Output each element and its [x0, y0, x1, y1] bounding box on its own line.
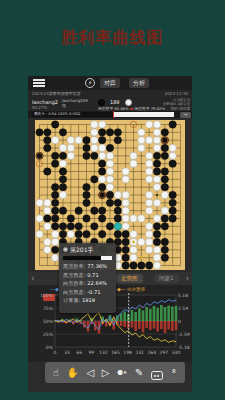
white-stone [169, 144, 176, 151]
white-stone [67, 152, 74, 159]
white-stone [122, 215, 129, 222]
white-stone [44, 207, 51, 214]
black-stone [161, 254, 168, 261]
marker-dot-icon [132, 241, 135, 244]
black-stone [161, 223, 168, 230]
winrate-bar-white [114, 112, 174, 117]
black-stone [75, 207, 82, 214]
tab-problem[interactable]: 问题1 [154, 274, 179, 283]
stone-icon [63, 247, 68, 252]
black-stone [51, 121, 58, 128]
winrate-bar: 黑胜率: -0.94 100% 0.00目 ↪ [28, 111, 192, 118]
white-stone [106, 152, 113, 159]
black-stone [153, 160, 160, 167]
black-stone [59, 183, 66, 190]
black-stone [44, 144, 51, 151]
black-stone [138, 262, 145, 269]
white-stone [59, 191, 66, 198]
white-stone [153, 121, 160, 128]
black-stone [59, 230, 66, 237]
white-stone [67, 230, 74, 237]
black-stone [98, 207, 105, 214]
white-stone [114, 191, 121, 198]
prev-move-icon[interactable]: ◁ [86, 362, 94, 383]
black-stone [153, 152, 160, 159]
winrate-bar-black: 黑胜率: -0.94 100% 0.00目 [32, 112, 113, 117]
popup-move-label: 第201手 [63, 246, 112, 255]
black-stone [91, 152, 98, 159]
black-stone [169, 207, 176, 214]
menu-icon[interactable] [33, 79, 45, 87]
tab-play[interactable]: 对弈 [100, 78, 120, 88]
black-stone [122, 238, 129, 245]
white-stone [138, 144, 145, 151]
black-stone [114, 230, 121, 237]
black-stone [106, 191, 113, 198]
white-stone-icon [125, 99, 132, 106]
black-stone [161, 144, 168, 151]
black-stone [83, 136, 90, 143]
black-stone [91, 176, 98, 183]
black-stone [169, 121, 176, 128]
white-stone [138, 136, 145, 143]
white-stone [153, 246, 160, 253]
black-stone [75, 223, 82, 230]
white-stone [145, 121, 152, 128]
black-stone [83, 199, 90, 206]
white-stone [122, 199, 129, 206]
black-stone [98, 129, 105, 136]
white-stone [130, 160, 137, 167]
white-stone [36, 230, 43, 237]
black-stone [59, 168, 66, 175]
white-stone [153, 176, 160, 183]
white-stone [153, 144, 160, 151]
black-stone [153, 223, 160, 230]
black-stone [44, 168, 51, 175]
white-stone [44, 246, 51, 253]
next-move-icon[interactable]: ▷ [102, 362, 110, 383]
black-stone [83, 191, 90, 198]
time-rule-info: 0.1级专业全新级0.1级专业限时:测试赛 [154, 98, 190, 111]
quick-action-icon[interactable]: ⚡ [85, 78, 95, 88]
white-stone [44, 238, 51, 245]
white-stone [106, 168, 113, 175]
black-stone [91, 223, 98, 230]
popup-stat-row: 黑方目差: 0.71 [63, 271, 112, 280]
white-stone [138, 129, 145, 136]
svg-text:297: 297 [160, 350, 169, 355]
white-stone [91, 121, 98, 128]
white-stone [145, 136, 152, 143]
black-stone-icon [98, 99, 105, 106]
svg-text:231: 231 [135, 350, 144, 355]
svg-text:198: 198 [123, 350, 132, 355]
svg-text:0%: 0% [46, 345, 54, 350]
black-stone [44, 129, 51, 136]
black-stone [98, 191, 105, 198]
svg-text:264: 264 [148, 350, 157, 355]
popup-winrate-bar [63, 256, 112, 260]
svg-text:0: 0 [54, 350, 57, 355]
expand-button[interactable]: ↪ [180, 112, 191, 118]
black-stone [114, 199, 121, 206]
hand-icon[interactable]: ✋ [66, 362, 78, 383]
black-stone [114, 207, 121, 214]
black-stone [51, 160, 58, 167]
white-stone [122, 168, 129, 175]
popup-stat-row: 白方目差: -0.71 [63, 288, 112, 297]
black-stone [98, 168, 105, 175]
popup-stat-row: 计算量: 1919 [63, 296, 112, 305]
white-stone [153, 215, 160, 222]
tabs-next-icon[interactable]: › [186, 272, 189, 285]
black-stone [59, 176, 66, 183]
white-stone [145, 160, 152, 167]
white-stone [145, 230, 152, 237]
black-stone [106, 223, 113, 230]
svg-text:165: 165 [111, 350, 120, 355]
white-stone [98, 152, 105, 159]
black-stone [161, 238, 168, 245]
black-stone [83, 215, 90, 222]
black-stone [153, 168, 160, 175]
white-stone [106, 183, 113, 190]
black-stone [59, 207, 66, 214]
white-stone [138, 215, 145, 222]
white-stone [36, 199, 43, 206]
black-stone [51, 152, 58, 159]
black-stone [169, 215, 176, 222]
white-stone [51, 238, 58, 245]
black-stone [59, 223, 66, 230]
page: 胜利率曲线图 ⚡ 对弈 分析 2023-24赛季韩国围甲联赛 2023-12-3… [0, 0, 225, 400]
black-stone [67, 215, 74, 222]
white-stone [75, 136, 82, 143]
white-stone [122, 176, 129, 183]
game-info-bar: 2023-24赛季韩国围甲联赛 2023-12-30 [28, 90, 192, 97]
popup-stat-row: 白方胜率: 22.64% [63, 279, 112, 288]
svg-text:-2.59: -2.59 [178, 332, 190, 337]
black-player-name: laochang209段 [62, 98, 90, 108]
account-winrate: 50.27% [32, 105, 47, 110]
tab-trend-chart[interactable]: 走势图 [116, 274, 143, 283]
black-stone [67, 223, 74, 230]
white-stone [59, 144, 66, 151]
black-stone [153, 230, 160, 237]
bottom-toolbar: ☝✋◁▷⚈‣✎⌃⌃ [45, 362, 185, 383]
white-stone [130, 215, 137, 222]
white-stone [98, 144, 105, 151]
white-stone [59, 160, 66, 167]
black-stone [161, 246, 168, 253]
black-stone [161, 176, 168, 183]
white-stone [122, 223, 129, 230]
black-stone [122, 254, 129, 261]
black-stone [98, 136, 105, 143]
white-stone [122, 207, 129, 214]
white-stone [145, 199, 152, 206]
black-stone [169, 191, 176, 198]
black-stone [153, 238, 160, 245]
svg-text:25%: 25% [43, 332, 54, 337]
page-title: 胜利率曲线图 [0, 28, 225, 49]
black-stone [51, 246, 58, 253]
black-stone [36, 152, 43, 159]
white-stone [169, 152, 176, 159]
black-stone [59, 129, 66, 136]
white-stone [153, 136, 160, 143]
black-stone [51, 191, 58, 198]
black-stone [98, 160, 105, 167]
black-stone [83, 144, 90, 151]
svg-text:330: 330 [172, 350, 181, 355]
white-stone [44, 199, 51, 206]
black-stone [36, 129, 43, 136]
white-stone [145, 168, 152, 175]
white-stone [98, 176, 105, 183]
black-stone [59, 152, 66, 159]
white-stone [51, 254, 58, 261]
tab-analyze[interactable]: 分析 [129, 78, 149, 88]
white-stone [91, 129, 98, 136]
black-stone [114, 129, 121, 136]
white-stone [145, 246, 152, 253]
tournament-name: 2023-24赛季韩国围甲联赛 [32, 90, 81, 97]
black-stone [161, 152, 168, 159]
black-stone [114, 223, 121, 230]
black-stone [44, 215, 51, 222]
white-stone [145, 176, 152, 183]
svg-text:50%: 50% [43, 319, 54, 324]
white-stone [98, 121, 105, 128]
black-stone [83, 230, 90, 237]
try-move-icon[interactable]: ⚈‣ [117, 361, 127, 384]
black-stone [161, 136, 168, 143]
black-stone [145, 262, 152, 269]
white-stone [67, 136, 74, 143]
move-count: 189 [110, 99, 120, 105]
black-stone [83, 152, 90, 159]
black-stone [83, 183, 90, 190]
svg-text:5.18: 5.18 [178, 293, 188, 298]
white-stone [130, 152, 137, 159]
black-stone [98, 230, 105, 237]
white-stone [130, 246, 137, 253]
white-stone [122, 191, 129, 198]
black-stone [106, 199, 113, 206]
white-stone [145, 191, 152, 198]
black-stone [122, 246, 129, 253]
game-date: 2023-12-30 [165, 90, 188, 97]
white-stone [145, 207, 152, 214]
white-stone [106, 176, 113, 183]
white-stone [145, 152, 152, 159]
app-screenshot: ⚡ 对弈 分析 2023-24赛季韩国围甲联赛 2023-12-30 laoch… [28, 76, 192, 392]
svg-text:66: 66 [76, 350, 82, 355]
white-stone [91, 136, 98, 143]
white-stone [161, 191, 168, 198]
svg-text:2.59: 2.59 [178, 306, 188, 311]
black-stone [130, 262, 137, 269]
black-stone [161, 215, 168, 222]
popup-stat-row: 黑方胜率: 77.36% [63, 262, 112, 271]
black-stone [122, 230, 129, 237]
black-stone [51, 207, 58, 214]
white-stone [138, 238, 145, 245]
black-stone [169, 199, 176, 206]
white-stone [51, 230, 58, 237]
black-stone [98, 183, 105, 190]
black-stone [161, 183, 168, 190]
svg-text:-5.18: -5.18 [178, 345, 190, 350]
black-stone [44, 136, 51, 143]
white-stone [44, 223, 51, 230]
black-stone [169, 160, 176, 167]
white-stone [153, 262, 160, 269]
black-stone [75, 230, 82, 237]
black-stone [98, 215, 105, 222]
white-stone [130, 254, 137, 261]
white-stone [130, 230, 137, 237]
thumb-up-icon[interactable]: ☝ [53, 362, 59, 383]
white-stone [145, 223, 152, 230]
black-stone [51, 183, 58, 190]
white-stone [153, 254, 160, 261]
white-stone [36, 215, 43, 222]
black-stone [51, 215, 58, 222]
collapse-icon[interactable]: ⌃⌃ [171, 368, 178, 377]
black-stone [106, 144, 113, 151]
black-stone [91, 207, 98, 214]
black-stone [51, 223, 58, 230]
svg-text:100%: 100% [40, 293, 54, 298]
svg-text:132: 132 [99, 350, 108, 355]
black-stone [161, 129, 168, 136]
white-stone [67, 144, 74, 151]
svg-text:75%: 75% [43, 306, 54, 311]
marker-dot-icon [140, 256, 143, 259]
black-stone [114, 215, 121, 222]
move-info-popup: 第201手 黑方胜率: 77.36%黑方目差: 0.71白方胜率: 22.64%… [59, 243, 116, 313]
black-stone [161, 168, 168, 175]
black-stone [51, 199, 58, 206]
black-stone [114, 136, 121, 143]
tabs-prev-icon[interactable]: ‹ [31, 272, 34, 285]
players-bar: laochang2 50.27% laochang209段 189 绝艺胜率 6… [28, 97, 192, 111]
white-stone [153, 129, 160, 136]
black-stone [122, 262, 129, 269]
svg-text:99: 99 [88, 350, 94, 355]
robot-icon[interactable] [151, 365, 163, 380]
clean-icon[interactable]: ✎ [135, 362, 143, 383]
svg-text:0: 0 [178, 319, 181, 324]
white-stone [145, 238, 152, 245]
svg-text:33: 33 [64, 350, 70, 355]
white-stone [153, 199, 160, 206]
app-top-bar: ⚡ 对弈 分析 [28, 76, 192, 90]
white-stone [153, 183, 160, 190]
white-stone [51, 136, 58, 143]
white-stone [106, 160, 113, 167]
white-stone [91, 144, 98, 151]
black-stone [106, 129, 113, 136]
white-stone [161, 207, 168, 214]
